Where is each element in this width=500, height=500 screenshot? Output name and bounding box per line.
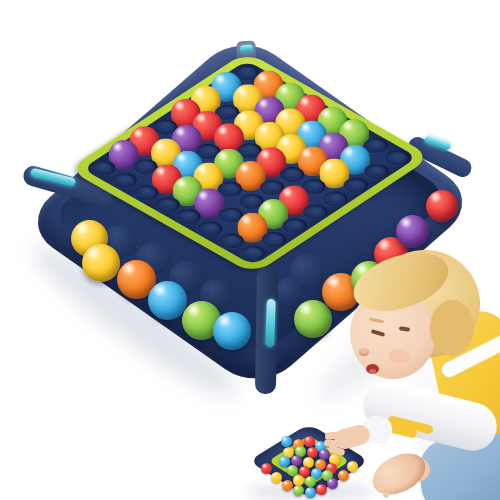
teal-clip-bottom-icon <box>265 299 276 347</box>
mini-ball-green <box>293 485 304 496</box>
baby-nose <box>359 348 369 356</box>
mini-ball-red <box>307 447 318 458</box>
tray-ball-yellow <box>82 244 120 282</box>
mini-ball-red <box>304 436 315 447</box>
baby-toe <box>374 478 382 486</box>
mini-ball-yellow <box>293 475 304 486</box>
mini-ball-blue <box>305 487 316 498</box>
baby-hair-side <box>430 300 474 356</box>
mini-ball-red <box>316 484 327 495</box>
mini-ball-green <box>287 465 298 476</box>
mini-ball-orange <box>282 480 293 491</box>
mini-ball-orange <box>338 470 349 481</box>
baby-toe <box>383 492 389 498</box>
baby-tongue <box>369 369 376 374</box>
mini-ball-red <box>261 463 272 474</box>
mini-ball-green <box>305 476 316 487</box>
tray-ball-green <box>294 300 332 338</box>
baby-cheek <box>388 349 410 364</box>
mini-ball-purple <box>291 455 302 466</box>
mini-ball-blue <box>281 436 292 447</box>
mini-ball-yellow <box>271 472 282 483</box>
tray-ball-blue <box>213 312 251 350</box>
mini-ball-blue <box>279 456 290 467</box>
tray-ball-purple <box>396 215 429 248</box>
mini-ball-yellow <box>347 461 358 472</box>
tray-ball-blue <box>148 281 187 320</box>
mini-ball-purple <box>327 478 338 489</box>
tray-ball-red <box>426 190 458 222</box>
product-photo-scene <box>0 0 500 500</box>
teal-clip-top-icon <box>240 45 253 53</box>
